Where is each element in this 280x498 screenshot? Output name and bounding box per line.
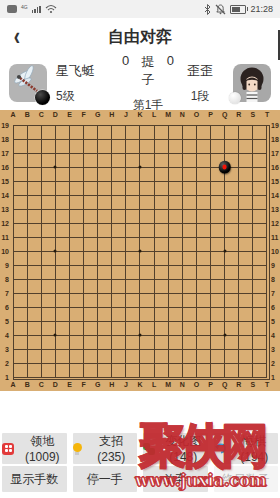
board-cell[interactable] <box>119 118 133 132</box>
board-cell[interactable] <box>246 272 260 286</box>
board-cell[interactable] <box>189 132 203 146</box>
board-cell[interactable] <box>246 160 260 174</box>
board-cell[interactable] <box>34 356 48 370</box>
board-cell[interactable] <box>91 146 105 160</box>
territory-button[interactable]: 领地(1009) <box>2 433 67 464</box>
board-cell[interactable] <box>48 118 62 132</box>
board-cell[interactable] <box>203 286 217 300</box>
board-cell[interactable] <box>119 132 133 146</box>
board-cell[interactable] <box>175 244 189 258</box>
board-cell[interactable] <box>218 216 232 230</box>
board-cell[interactable] <box>6 118 20 132</box>
board-cell[interactable] <box>34 328 48 342</box>
board-cell[interactable] <box>105 286 119 300</box>
board-cell[interactable] <box>48 286 62 300</box>
show-move-numbers-button[interactable]: 显示手数 <box>2 466 67 492</box>
board-cell[interactable] <box>62 356 76 370</box>
board-cell[interactable] <box>203 202 217 216</box>
board-cell[interactable] <box>203 314 217 328</box>
board-cell[interactable] <box>91 160 105 174</box>
board-cell[interactable] <box>105 370 119 384</box>
board-cell[interactable] <box>119 286 133 300</box>
board-cell[interactable] <box>147 300 161 314</box>
board-cell[interactable] <box>119 230 133 244</box>
board-cell[interactable] <box>77 244 91 258</box>
board-cell[interactable] <box>119 202 133 216</box>
board-cell[interactable] <box>77 132 91 146</box>
board-cell[interactable] <box>133 216 147 230</box>
board-cell[interactable] <box>260 342 274 356</box>
board-cell[interactable] <box>62 216 76 230</box>
board-cell[interactable] <box>20 160 34 174</box>
board-cell[interactable] <box>218 286 232 300</box>
board-cell[interactable] <box>232 188 246 202</box>
board-cell[interactable] <box>232 272 246 286</box>
board-cell[interactable] <box>20 174 34 188</box>
board-cell[interactable] <box>175 188 189 202</box>
board-cell[interactable] <box>91 258 105 272</box>
go-board-grid[interactable] <box>6 118 274 384</box>
board-cell[interactable] <box>77 342 91 356</box>
board-cell[interactable] <box>189 370 203 384</box>
board-cell[interactable] <box>189 286 203 300</box>
board-cell[interactable] <box>260 314 274 328</box>
board-cell[interactable] <box>189 258 203 272</box>
board-cell[interactable] <box>48 314 62 328</box>
board-cell[interactable] <box>218 272 232 286</box>
board-cell[interactable] <box>246 230 260 244</box>
board-cell[interactable] <box>119 174 133 188</box>
board-cell[interactable] <box>232 202 246 216</box>
board-cell[interactable] <box>34 230 48 244</box>
board-cell[interactable] <box>218 356 232 370</box>
board-cell[interactable] <box>77 370 91 384</box>
board-cell[interactable] <box>119 258 133 272</box>
board-cell[interactable] <box>6 314 20 328</box>
board-cell[interactable] <box>260 244 274 258</box>
board-cell[interactable] <box>260 118 274 132</box>
board-cell[interactable] <box>6 230 20 244</box>
board-cell[interactable] <box>161 230 175 244</box>
board-cell[interactable] <box>62 188 76 202</box>
board-cell[interactable] <box>232 216 246 230</box>
board-cell[interactable] <box>105 188 119 202</box>
board-cell[interactable] <box>147 314 161 328</box>
board-cell[interactable] <box>20 328 34 342</box>
board-cell[interactable] <box>77 174 91 188</box>
board-cell[interactable] <box>133 174 147 188</box>
board-cell[interactable] <box>105 244 119 258</box>
board-cell[interactable] <box>175 202 189 216</box>
board-cell[interactable] <box>260 272 274 286</box>
board-cell[interactable] <box>77 146 91 160</box>
board-cell[interactable] <box>203 146 217 160</box>
board-cell[interactable] <box>6 132 20 146</box>
board-cell[interactable] <box>62 258 76 272</box>
board-cell[interactable] <box>20 202 34 216</box>
board-cell[interactable] <box>147 342 161 356</box>
board-cell[interactable] <box>34 216 48 230</box>
board-cell[interactable] <box>62 370 76 384</box>
board-cell[interactable] <box>232 314 246 328</box>
board-cell[interactable] <box>161 300 175 314</box>
board-cell[interactable] <box>189 202 203 216</box>
final-count-button[interactable]: 终局数子 <box>214 466 279 492</box>
board-cell[interactable] <box>20 300 34 314</box>
board-cell[interactable] <box>161 202 175 216</box>
board-cell[interactable] <box>232 300 246 314</box>
board-cell[interactable] <box>232 356 246 370</box>
board-cell[interactable] <box>161 118 175 132</box>
board-cell[interactable] <box>147 272 161 286</box>
board-cell[interactable] <box>147 286 161 300</box>
board-cell[interactable] <box>48 132 62 146</box>
board-cell[interactable] <box>6 146 20 160</box>
board-cell[interactable] <box>119 146 133 160</box>
board-cell[interactable] <box>232 328 246 342</box>
board-cell[interactable] <box>62 300 76 314</box>
board-cell[interactable] <box>119 370 133 384</box>
board-cell[interactable] <box>133 118 147 132</box>
board-cell[interactable] <box>77 202 91 216</box>
board-cell[interactable] <box>232 146 246 160</box>
board-cell[interactable] <box>218 244 232 258</box>
board-cell[interactable] <box>91 216 105 230</box>
board-cell[interactable] <box>175 258 189 272</box>
board-cell[interactable] <box>203 118 217 132</box>
board-cell[interactable] <box>6 216 20 230</box>
board-cell[interactable] <box>6 370 20 384</box>
board-cell[interactable] <box>133 188 147 202</box>
board-cell[interactable] <box>147 328 161 342</box>
board-cell[interactable] <box>62 314 76 328</box>
board-cell[interactable] <box>203 370 217 384</box>
board-cell[interactable] <box>189 272 203 286</box>
board-cell[interactable] <box>20 216 34 230</box>
board-cell[interactable] <box>105 258 119 272</box>
board-cell[interactable] <box>48 258 62 272</box>
board-cell[interactable] <box>232 160 246 174</box>
board-cell[interactable] <box>189 314 203 328</box>
board-cell[interactable] <box>133 370 147 384</box>
board-cell[interactable] <box>105 202 119 216</box>
board-cell[interactable] <box>203 160 217 174</box>
board-cell[interactable] <box>62 132 76 146</box>
board-cell[interactable] <box>48 300 62 314</box>
board-cell[interactable] <box>34 286 48 300</box>
board-cell[interactable] <box>175 356 189 370</box>
board-cell[interactable] <box>147 356 161 370</box>
white-player-avatar[interactable] <box>233 64 271 102</box>
board-cell[interactable] <box>218 146 232 160</box>
board-cell[interactable] <box>105 314 119 328</box>
board-cell[interactable] <box>48 370 62 384</box>
board-cell[interactable] <box>175 328 189 342</box>
board-cell[interactable] <box>161 188 175 202</box>
board-cell[interactable] <box>91 314 105 328</box>
board-cell[interactable] <box>34 370 48 384</box>
board-cell[interactable] <box>20 230 34 244</box>
board-cell[interactable] <box>246 342 260 356</box>
board-cell[interactable] <box>147 160 161 174</box>
board-cell[interactable] <box>133 300 147 314</box>
board-cell[interactable] <box>48 342 62 356</box>
board-cell[interactable] <box>161 272 175 286</box>
board-cell[interactable] <box>48 216 62 230</box>
board-cell[interactable] <box>48 160 62 174</box>
board-cell[interactable] <box>6 300 20 314</box>
board-cell[interactable] <box>34 174 48 188</box>
board-cell[interactable] <box>175 160 189 174</box>
hint-button[interactable]: 支招(235) <box>73 433 138 464</box>
board-cell[interactable] <box>20 342 34 356</box>
board-cell[interactable] <box>189 328 203 342</box>
board-cell[interactable] <box>6 188 20 202</box>
board-cell[interactable] <box>218 370 232 384</box>
board-cell[interactable] <box>218 300 232 314</box>
board-cell[interactable] <box>203 188 217 202</box>
board-cell[interactable] <box>175 286 189 300</box>
board-cell[interactable] <box>105 230 119 244</box>
board-cell[interactable] <box>91 328 105 342</box>
board-cell[interactable] <box>48 146 62 160</box>
board-cell[interactable] <box>189 160 203 174</box>
go-board[interactable]: ABCDEFGHJKLMNOPQRST ABCDEFGHJKLMNOPQRST … <box>0 110 280 391</box>
board-cell[interactable] <box>232 118 246 132</box>
board-cell[interactable] <box>133 244 147 258</box>
board-cell[interactable] <box>91 132 105 146</box>
board-cell[interactable] <box>105 118 119 132</box>
board-cell[interactable] <box>232 258 246 272</box>
board-cell[interactable] <box>246 216 260 230</box>
board-cell[interactable] <box>147 188 161 202</box>
board-cell[interactable] <box>20 286 34 300</box>
board-cell[interactable] <box>189 216 203 230</box>
board-cell[interactable] <box>133 230 147 244</box>
board-cell[interactable] <box>161 132 175 146</box>
board-cell[interactable] <box>175 132 189 146</box>
board-cell[interactable] <box>189 356 203 370</box>
board-cell[interactable] <box>260 356 274 370</box>
board-cell[interactable] <box>34 146 48 160</box>
board-cell[interactable] <box>232 132 246 146</box>
board-cell[interactable] <box>91 202 105 216</box>
board-cell[interactable] <box>161 216 175 230</box>
board-cell[interactable] <box>147 370 161 384</box>
board-cell[interactable] <box>77 286 91 300</box>
board-cell[interactable] <box>218 314 232 328</box>
board-cell[interactable] <box>161 146 175 160</box>
board-cell[interactable] <box>246 174 260 188</box>
board-cell[interactable] <box>133 342 147 356</box>
board-cell[interactable] <box>105 342 119 356</box>
board-cell[interactable] <box>175 230 189 244</box>
board-cell[interactable] <box>77 258 91 272</box>
board-cell[interactable] <box>189 342 203 356</box>
board-cell[interactable] <box>203 132 217 146</box>
board-cell[interactable] <box>246 244 260 258</box>
board-cell[interactable] <box>260 328 274 342</box>
board-cell[interactable] <box>175 174 189 188</box>
board-cell[interactable] <box>34 314 48 328</box>
board-cell[interactable] <box>6 356 20 370</box>
board-cell[interactable] <box>133 160 147 174</box>
board-cell[interactable] <box>147 216 161 230</box>
board-cell[interactable] <box>161 174 175 188</box>
board-cell[interactable] <box>203 342 217 356</box>
board-cell[interactable] <box>119 272 133 286</box>
board-cell[interactable] <box>246 356 260 370</box>
board-cell[interactable] <box>133 272 147 286</box>
board-cell[interactable] <box>147 174 161 188</box>
board-cell[interactable] <box>105 132 119 146</box>
board-cell[interactable] <box>91 370 105 384</box>
board-cell[interactable] <box>6 272 20 286</box>
board-cell[interactable] <box>20 132 34 146</box>
board-cell[interactable] <box>48 244 62 258</box>
board-cell[interactable] <box>34 160 48 174</box>
board-cell[interactable] <box>34 202 48 216</box>
board-cell[interactable] <box>175 272 189 286</box>
board-cell[interactable] <box>119 244 133 258</box>
board-cell[interactable] <box>20 314 34 328</box>
board-cell[interactable] <box>218 230 232 244</box>
board-cell[interactable] <box>246 118 260 132</box>
board-cell[interactable] <box>77 160 91 174</box>
board-cell[interactable] <box>119 216 133 230</box>
board-cell[interactable] <box>189 230 203 244</box>
board-cell[interactable] <box>91 118 105 132</box>
board-cell[interactable] <box>161 314 175 328</box>
board-cell[interactable] <box>34 300 48 314</box>
board-cell[interactable] <box>260 258 274 272</box>
board-cell[interactable] <box>175 342 189 356</box>
board-cell[interactable] <box>6 258 20 272</box>
board-cell[interactable] <box>133 356 147 370</box>
board-cell[interactable] <box>189 300 203 314</box>
board-cell[interactable] <box>260 160 274 174</box>
black-player-avatar[interactable] <box>9 64 47 102</box>
board-cell[interactable] <box>246 314 260 328</box>
board-cell[interactable] <box>105 216 119 230</box>
board-cell[interactable] <box>161 342 175 356</box>
board-cell[interactable] <box>91 342 105 356</box>
board-cell[interactable] <box>161 286 175 300</box>
board-cell[interactable] <box>6 244 20 258</box>
board-cell[interactable] <box>105 160 119 174</box>
board-cell[interactable] <box>246 328 260 342</box>
board-cell[interactable] <box>260 146 274 160</box>
board-cell[interactable] <box>218 258 232 272</box>
board-cell[interactable] <box>260 216 274 230</box>
board-cell[interactable] <box>218 342 232 356</box>
board-cell[interactable] <box>133 202 147 216</box>
board-cell[interactable] <box>62 146 76 160</box>
board-cell[interactable] <box>260 230 274 244</box>
board-cell[interactable] <box>161 160 175 174</box>
board-cell[interactable] <box>175 118 189 132</box>
board-cell[interactable] <box>77 216 91 230</box>
board-cell[interactable] <box>20 244 34 258</box>
board-cell[interactable] <box>189 118 203 132</box>
board-cell[interactable] <box>77 328 91 342</box>
board-cell[interactable] <box>119 342 133 356</box>
board-cell[interactable] <box>246 286 260 300</box>
board-cell[interactable] <box>147 258 161 272</box>
board-cell[interactable] <box>62 230 76 244</box>
board-cell[interactable] <box>147 118 161 132</box>
board-cell[interactable] <box>77 356 91 370</box>
board-cell[interactable] <box>119 328 133 342</box>
board-cell[interactable] <box>105 300 119 314</box>
board-cell[interactable] <box>62 244 76 258</box>
board-cell[interactable] <box>119 300 133 314</box>
board-cell[interactable] <box>161 244 175 258</box>
board-cell[interactable] <box>119 356 133 370</box>
board-cell[interactable] <box>232 342 246 356</box>
undo-button[interactable]: 悔棋(194) <box>214 433 279 464</box>
board-cell[interactable] <box>203 258 217 272</box>
board-cell[interactable] <box>203 272 217 286</box>
board-cell[interactable] <box>20 272 34 286</box>
board-cell[interactable] <box>6 286 20 300</box>
board-cell[interactable] <box>48 272 62 286</box>
board-cell[interactable] <box>6 174 20 188</box>
board-cell[interactable] <box>175 370 189 384</box>
board-cell[interactable] <box>77 272 91 286</box>
board-cell[interactable] <box>246 370 260 384</box>
board-cell[interactable] <box>62 342 76 356</box>
board-cell[interactable] <box>133 132 147 146</box>
board-cell[interactable] <box>133 314 147 328</box>
board-cell[interactable] <box>161 258 175 272</box>
board-cell[interactable] <box>34 342 48 356</box>
board-cell[interactable] <box>119 160 133 174</box>
board-cell[interactable] <box>260 202 274 216</box>
board-cell[interactable] <box>20 370 34 384</box>
board-cell[interactable] <box>20 356 34 370</box>
board-cell[interactable] <box>20 118 34 132</box>
board-cell[interactable] <box>62 160 76 174</box>
board-cell[interactable] <box>105 272 119 286</box>
board-cell[interactable] <box>77 188 91 202</box>
board-cell[interactable] <box>161 356 175 370</box>
board-cell[interactable] <box>48 202 62 216</box>
board-cell[interactable] <box>203 174 217 188</box>
board-cell[interactable] <box>62 174 76 188</box>
board-cell[interactable] <box>218 202 232 216</box>
board-cell[interactable] <box>77 230 91 244</box>
board-cell[interactable] <box>246 146 260 160</box>
board-cell[interactable] <box>34 118 48 132</box>
board-cell[interactable] <box>119 314 133 328</box>
board-cell[interactable] <box>246 300 260 314</box>
pass-button[interactable]: 停一手 <box>73 466 138 492</box>
board-cell[interactable] <box>105 356 119 370</box>
board-cell[interactable] <box>105 328 119 342</box>
board-cell[interactable] <box>232 174 246 188</box>
board-cell[interactable] <box>203 244 217 258</box>
board-cell[interactable] <box>260 286 274 300</box>
board-cell[interactable] <box>77 300 91 314</box>
board-cell[interactable] <box>189 146 203 160</box>
board-cell[interactable] <box>48 328 62 342</box>
board-cell[interactable] <box>34 132 48 146</box>
board-cell[interactable] <box>232 370 246 384</box>
board-cell[interactable] <box>119 188 133 202</box>
board-cell[interactable] <box>48 174 62 188</box>
board-cell[interactable] <box>260 370 274 384</box>
